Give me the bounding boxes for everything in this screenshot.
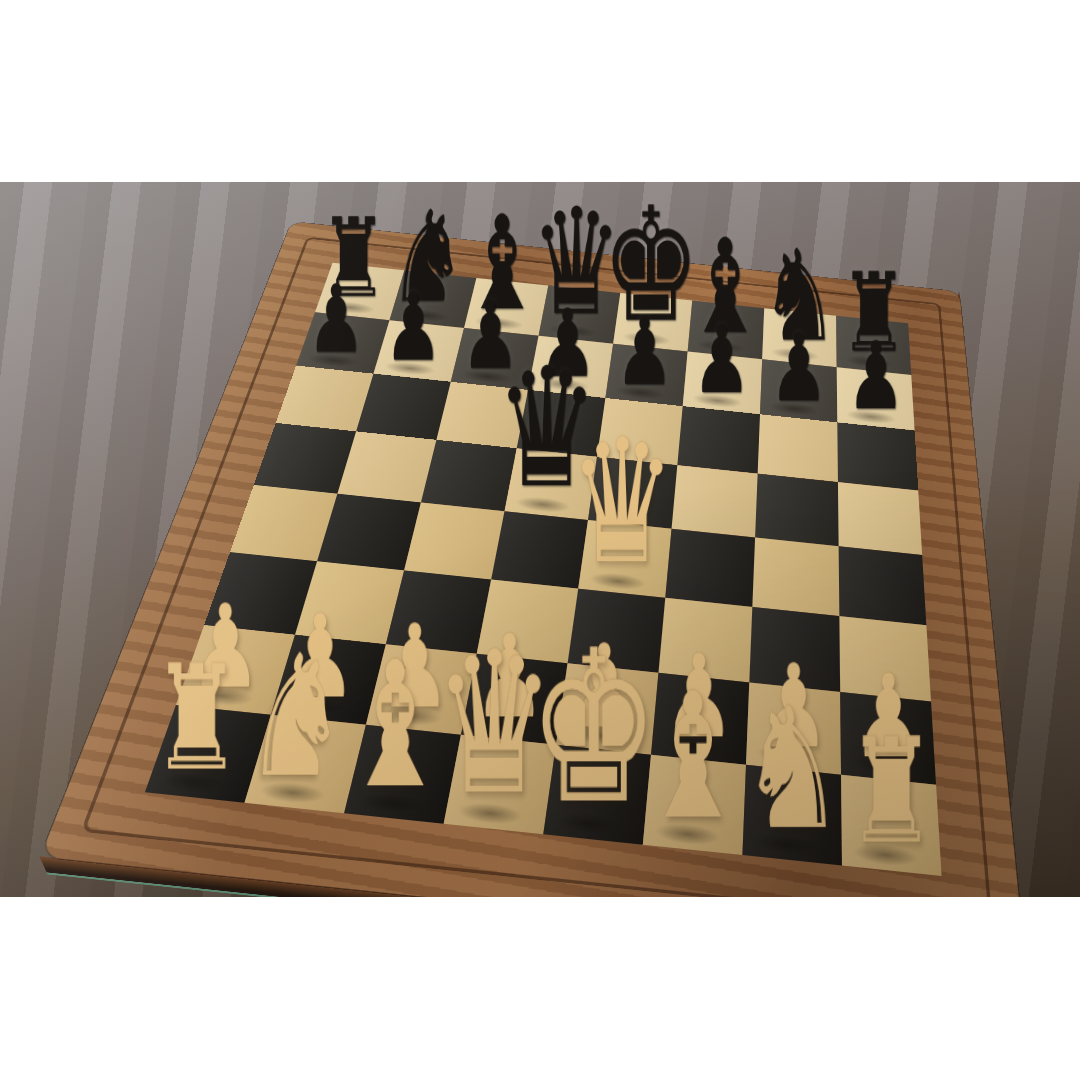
black-pawn-a7: ♟ bbox=[307, 272, 365, 366]
square-f1: ♝ bbox=[643, 755, 746, 855]
image-canvas: ♜♞♝♛♚♝♞♜♟♟♟♟♟♟♟♟♛♛♟♟♟♟♟♟♟♟♜♞♝♛♚♝♞♜ bbox=[0, 0, 1080, 1080]
product-photo: ♜♞♝♛♚♝♞♜♟♟♟♟♟♟♟♟♛♛♟♟♟♟♟♟♟♟♜♞♝♛♚♝♞♜ bbox=[0, 182, 1080, 897]
square-h4 bbox=[839, 546, 927, 625]
white-knight-g1: ♞ bbox=[740, 685, 845, 853]
square-g5 bbox=[755, 474, 839, 547]
square-f7: ♟ bbox=[683, 351, 763, 414]
square-b6 bbox=[356, 374, 451, 440]
white-knight-b1: ♞ bbox=[244, 633, 349, 801]
white-rook-a1: ♜ bbox=[151, 645, 242, 791]
black-pawn-b7: ♟ bbox=[384, 280, 442, 374]
square-h5 bbox=[838, 482, 922, 555]
white-queen-e4: ♛ bbox=[569, 416, 676, 588]
scene-3d: ♜♞♝♛♚♝♞♜♟♟♟♟♟♟♟♟♛♛♟♟♟♟♟♟♟♟♜♞♝♛♚♝♞♜ bbox=[0, 182, 1080, 897]
square-b7: ♟ bbox=[373, 320, 464, 382]
square-f4 bbox=[665, 529, 755, 607]
square-c4 bbox=[404, 502, 504, 579]
square-b4 bbox=[317, 494, 421, 571]
square-b5 bbox=[337, 431, 436, 502]
square-g1: ♞ bbox=[742, 765, 842, 866]
square-e1: ♚ bbox=[543, 745, 651, 845]
white-rook-h1: ♜ bbox=[846, 718, 937, 864]
black-pawn-h7: ♟ bbox=[847, 329, 905, 423]
square-f6 bbox=[677, 406, 760, 473]
square-g7: ♟ bbox=[760, 359, 837, 422]
white-bishop-f1: ♝ bbox=[639, 669, 747, 843]
square-g4 bbox=[752, 538, 839, 617]
square-h7: ♟ bbox=[837, 367, 915, 430]
square-h1: ♜ bbox=[841, 775, 942, 876]
square-f5 bbox=[672, 465, 758, 537]
square-e4: ♛ bbox=[578, 520, 671, 598]
black-pawn-f7: ♟ bbox=[692, 313, 750, 407]
black-pawn-g7: ♟ bbox=[770, 321, 828, 415]
square-e7: ♟ bbox=[605, 344, 687, 407]
black-pawn-e7: ♟ bbox=[615, 304, 673, 398]
chess-board: ♜♞♝♛♚♝♞♜♟♟♟♟♟♟♟♟♛♛♟♟♟♟♟♟♟♟♜♞♝♛♚♝♞♜ bbox=[40, 222, 1024, 897]
